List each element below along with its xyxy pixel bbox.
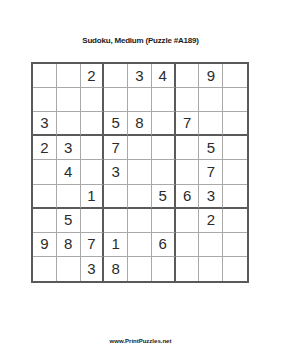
sudoku-cell[interactable]: 2 [81,64,105,88]
sudoku-cell[interactable]: 9 [33,233,57,257]
sudoku-cell[interactable]: 7 [176,112,200,136]
sudoku-cell[interactable] [176,88,200,112]
sudoku-cell[interactable] [199,88,223,112]
sudoku-cell[interactable] [152,112,176,136]
sudoku-cell[interactable] [223,160,247,184]
sudoku-cell[interactable] [33,160,57,184]
sudoku-cell[interactable] [128,88,152,112]
sudoku-cell[interactable]: 3 [199,185,223,209]
sudoku-cell[interactable]: 8 [57,233,81,257]
sudoku-cell[interactable]: 1 [104,233,128,257]
sudoku-cell[interactable] [176,64,200,88]
sudoku-cell[interactable]: 8 [104,257,128,281]
sudoku-cell[interactable] [152,160,176,184]
sudoku-cell[interactable] [223,112,247,136]
sudoku-cell[interactable] [176,233,200,257]
sudoku-cell[interactable] [33,209,57,233]
sudoku-cell[interactable] [128,233,152,257]
sudoku-cell[interactable] [128,160,152,184]
sudoku-cell[interactable] [33,88,57,112]
sudoku-cell[interactable] [152,209,176,233]
sudoku-cell[interactable]: 4 [57,160,81,184]
sudoku-cell[interactable]: 6 [176,185,200,209]
sudoku-cell[interactable] [81,209,105,233]
page-title: Sudoku, Medium (Puzzle #A189) [0,36,281,45]
sudoku-cell[interactable] [176,136,200,160]
sudoku-cell[interactable] [176,160,200,184]
sudoku-cell[interactable] [176,257,200,281]
sudoku-cell[interactable]: 3 [104,160,128,184]
sudoku-cell[interactable] [81,160,105,184]
sudoku-cell[interactable] [81,112,105,136]
sudoku-cell[interactable]: 3 [128,64,152,88]
sudoku-cell[interactable] [57,112,81,136]
sudoku-cell[interactable] [33,64,57,88]
sudoku-cell[interactable] [128,136,152,160]
sudoku-cell[interactable]: 1 [81,185,105,209]
sudoku-cell[interactable] [176,209,200,233]
sudoku-cell[interactable]: 8 [128,112,152,136]
sudoku-cell[interactable] [81,88,105,112]
sudoku-cell[interactable]: 2 [199,209,223,233]
footer-url: www.PrintPuzzles.net [0,338,281,344]
sudoku-cell[interactable] [223,136,247,160]
sudoku-cell[interactable]: 3 [81,257,105,281]
sudoku-cell[interactable] [57,88,81,112]
sudoku-cell[interactable] [223,257,247,281]
sudoku-cell[interactable] [104,64,128,88]
sudoku-cell[interactable] [104,185,128,209]
sudoku-cell[interactable]: 7 [199,160,223,184]
sudoku-cell[interactable]: 5 [104,112,128,136]
sudoku-cell[interactable] [152,257,176,281]
sudoku-cell[interactable]: 5 [199,136,223,160]
sudoku-cell[interactable] [104,209,128,233]
sudoku-cell[interactable] [57,185,81,209]
sudoku-cell[interactable]: 5 [152,185,176,209]
sudoku-cell[interactable]: 3 [33,112,57,136]
sudoku-cell[interactable] [152,136,176,160]
sudoku-cell[interactable] [152,88,176,112]
sudoku-cell[interactable] [33,257,57,281]
sudoku-cell[interactable] [223,88,247,112]
sudoku-board: 2349358723754371563529871638 [31,62,249,283]
sudoku-cell[interactable] [223,209,247,233]
sudoku-cell[interactable] [128,209,152,233]
sudoku-cell[interactable]: 9 [199,64,223,88]
sudoku-cell[interactable] [223,64,247,88]
sudoku-cell[interactable] [128,185,152,209]
sudoku-cell[interactable]: 5 [57,209,81,233]
sudoku-cell[interactable] [199,112,223,136]
sudoku-cell[interactable]: 6 [152,233,176,257]
sudoku-cell[interactable] [223,233,247,257]
sudoku-cell[interactable] [223,185,247,209]
sudoku-cell[interactable]: 2 [33,136,57,160]
sudoku-cell[interactable] [199,257,223,281]
sudoku-cell[interactable] [128,257,152,281]
sudoku-cell[interactable] [33,185,57,209]
sudoku-cell[interactable]: 4 [152,64,176,88]
sudoku-cell[interactable]: 7 [104,136,128,160]
sudoku-cell[interactable]: 3 [57,136,81,160]
sudoku-cell[interactable]: 7 [81,233,105,257]
sudoku-cell[interactable] [57,257,81,281]
sudoku-cell[interactable] [81,136,105,160]
sudoku-cell[interactable] [104,88,128,112]
sudoku-cell[interactable] [199,233,223,257]
sudoku-cell[interactable] [57,64,81,88]
